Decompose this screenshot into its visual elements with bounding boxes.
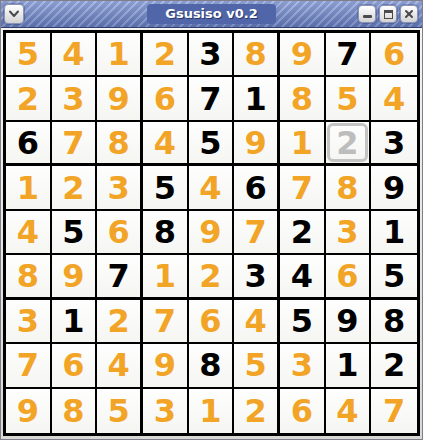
- cell-r7c3[interactable]: 2: [97, 300, 143, 344]
- cell-value: 8: [245, 38, 267, 70]
- cell-value: 7: [17, 349, 39, 381]
- minimize-icon: [363, 15, 372, 18]
- cell-r5c3[interactable]: 6: [97, 211, 143, 255]
- cell-value: 4: [336, 395, 358, 427]
- cell-value: 1: [199, 395, 221, 427]
- cell-r9c1[interactable]: 9: [6, 389, 52, 433]
- cell-value: 4: [245, 305, 267, 337]
- cell-value: 9: [108, 83, 130, 115]
- cell-r9c5[interactable]: 1: [189, 389, 235, 433]
- cell-r3c2[interactable]: 7: [52, 122, 98, 166]
- cell-value: 5: [245, 349, 267, 381]
- cell-r7c6[interactable]: 4: [234, 300, 280, 344]
- cell-value: 2: [245, 395, 267, 427]
- close-button[interactable]: [400, 5, 418, 23]
- cell-r7c8[interactable]: 9: [326, 300, 372, 344]
- cell-value: 2: [383, 349, 405, 381]
- cell-r7c5[interactable]: 6: [189, 300, 235, 344]
- cell-r8c1[interactable]: 7: [6, 344, 52, 388]
- cell-value: 4: [154, 127, 176, 159]
- cell-value: 8: [108, 127, 130, 159]
- cell-r1c4[interactable]: 2: [143, 33, 189, 77]
- cell-r5c8[interactable]: 3: [326, 211, 372, 255]
- selected-cell-highlight: 2: [327, 123, 369, 162]
- cell-r8c7[interactable]: 3: [280, 344, 326, 388]
- cell-r2c2[interactable]: 3: [52, 77, 98, 121]
- cell-r4c8[interactable]: 8: [326, 166, 372, 210]
- cell-value: 4: [291, 260, 313, 292]
- cell-value: 7: [199, 83, 221, 115]
- cell-r1c2[interactable]: 4: [52, 33, 98, 77]
- cell-value: 1: [245, 83, 267, 115]
- cell-value: 8: [336, 172, 358, 204]
- cell-value: 3: [62, 83, 84, 115]
- cell-r6c7[interactable]: 4: [280, 255, 326, 299]
- cell-r9c9[interactable]: 7: [371, 389, 417, 433]
- cell-value: 4: [108, 349, 130, 381]
- cell-r8c2[interactable]: 6: [52, 344, 98, 388]
- cell-value: 3: [17, 305, 39, 337]
- cell-value: 9: [336, 305, 358, 337]
- cell-value: 9: [245, 127, 267, 159]
- cell-value: 1: [108, 38, 130, 70]
- cell-value: 6: [62, 349, 84, 381]
- cell-r8c9[interactable]: 2: [371, 344, 417, 388]
- cell-value: 7: [383, 395, 405, 427]
- cell-r9c2[interactable]: 8: [52, 389, 98, 433]
- cell-r6c5[interactable]: 2: [189, 255, 235, 299]
- cell-r4c5[interactable]: 4: [189, 166, 235, 210]
- sudoku-board: 5412389762396718546784591231235467894568…: [3, 30, 420, 436]
- cell-r1c3[interactable]: 1: [97, 33, 143, 77]
- cell-r1c8[interactable]: 7: [326, 33, 372, 77]
- cell-r9c8[interactable]: 4: [326, 389, 372, 433]
- board-frame: 5412389762396718546784591231235467894568…: [1, 28, 422, 439]
- cell-r5c5[interactable]: 9: [189, 211, 235, 255]
- cell-r7c7[interactable]: 5: [280, 300, 326, 344]
- app-window: Gsusiso v0.2 541238976239671854678459123…: [0, 0, 423, 440]
- cell-r6c8[interactable]: 6: [326, 255, 372, 299]
- cell-value: 6: [336, 260, 358, 292]
- cell-value: 1: [62, 305, 84, 337]
- cell-value: 3: [291, 349, 313, 381]
- cell-value: 7: [336, 38, 358, 70]
- close-icon: [404, 9, 414, 19]
- chevron-down-icon: [8, 10, 20, 18]
- cell-value: 5: [62, 216, 84, 248]
- cell-value: 5: [291, 305, 313, 337]
- cell-value: 5: [17, 38, 39, 70]
- cell-value: 6: [154, 83, 176, 115]
- cell-value: 8: [17, 260, 39, 292]
- cell-value: 4: [383, 83, 405, 115]
- cell-value: 4: [17, 216, 39, 248]
- cell-value: 5: [336, 83, 358, 115]
- cell-r6c3[interactable]: 7: [97, 255, 143, 299]
- cell-value: 6: [245, 172, 267, 204]
- cell-r5c4[interactable]: 8: [143, 211, 189, 255]
- cell-value: 7: [62, 127, 84, 159]
- cell-value: 5: [383, 260, 405, 292]
- cell-value: 9: [383, 172, 405, 204]
- cell-r4c1[interactable]: 1: [6, 166, 52, 210]
- cell-r4c3[interactable]: 3: [97, 166, 143, 210]
- cell-value: 4: [62, 38, 84, 70]
- cell-r4c6[interactable]: 6: [234, 166, 280, 210]
- cell-r2c3[interactable]: 9: [97, 77, 143, 121]
- cell-value: 2: [62, 172, 84, 204]
- cell-value: 8: [383, 305, 405, 337]
- cell-value: 6: [383, 38, 405, 70]
- cell-r6c4[interactable]: 1: [143, 255, 189, 299]
- minimize-button[interactable]: [358, 5, 376, 23]
- cell-r4c4[interactable]: 5: [143, 166, 189, 210]
- cell-value: 7: [291, 172, 313, 204]
- cell-value: 3: [336, 216, 358, 248]
- cell-value: 4: [199, 172, 221, 204]
- cell-r4c9[interactable]: 9: [371, 166, 417, 210]
- maximize-button[interactable]: [379, 5, 397, 23]
- cell-r3c3[interactable]: 8: [97, 122, 143, 166]
- cell-r6c6[interactable]: 3: [234, 255, 280, 299]
- cell-value: 6: [291, 395, 313, 427]
- cell-value: 6: [108, 216, 130, 248]
- cell-r5c7[interactable]: 2: [280, 211, 326, 255]
- cell-value: 7: [154, 305, 176, 337]
- cell-value: 5: [154, 172, 176, 204]
- cell-r9c6[interactable]: 2: [234, 389, 280, 433]
- cell-value: 8: [62, 395, 84, 427]
- cell-value: 1: [336, 349, 358, 381]
- cell-value: 7: [108, 260, 130, 292]
- cell-r5c1[interactable]: 4: [6, 211, 52, 255]
- cell-value: 5: [199, 127, 221, 159]
- cell-r8c5[interactable]: 8: [189, 344, 235, 388]
- cell-value: 7: [245, 216, 267, 248]
- window-title: Gsusiso v0.2: [147, 4, 276, 24]
- cell-r8c3[interactable]: 4: [97, 344, 143, 388]
- cell-value: 6: [199, 305, 221, 337]
- cell-value: 8: [154, 216, 176, 248]
- cell-r1c5[interactable]: 3: [189, 33, 235, 77]
- cell-r9c3[interactable]: 5: [97, 389, 143, 433]
- cell-r7c2[interactable]: 1: [52, 300, 98, 344]
- cell-value: 1: [383, 216, 405, 248]
- cell-r7c9[interactable]: 8: [371, 300, 417, 344]
- cell-r2c5[interactable]: 7: [189, 77, 235, 121]
- cell-value: 3: [154, 395, 176, 427]
- title-bar[interactable]: Gsusiso v0.2: [1, 1, 422, 28]
- cell-r8c6[interactable]: 5: [234, 344, 280, 388]
- cell-value: 2: [17, 83, 39, 115]
- cell-value: 3: [199, 38, 221, 70]
- cell-r3c6[interactable]: 9: [234, 122, 280, 166]
- cell-value: 2: [108, 305, 130, 337]
- cell-r8c8[interactable]: 1: [326, 344, 372, 388]
- cell-r5c6[interactable]: 7: [234, 211, 280, 255]
- cell-r1c7[interactable]: 9: [280, 33, 326, 77]
- cell-r2c9[interactable]: 4: [371, 77, 417, 121]
- cell-r1c1[interactable]: 5: [6, 33, 52, 77]
- cell-r2c6[interactable]: 1: [234, 77, 280, 121]
- cell-r6c9[interactable]: 5: [371, 255, 417, 299]
- cell-r2c7[interactable]: 8: [280, 77, 326, 121]
- cell-r2c4[interactable]: 6: [143, 77, 189, 121]
- cell-r8c4[interactable]: 9: [143, 344, 189, 388]
- cell-r3c4[interactable]: 4: [143, 122, 189, 166]
- cell-r5c2[interactable]: 5: [52, 211, 98, 255]
- cell-value: 3: [383, 127, 405, 159]
- cell-r3c8[interactable]: 2: [326, 122, 372, 166]
- cell-r2c8[interactable]: 5: [326, 77, 372, 121]
- cell-r2c1[interactable]: 2: [6, 77, 52, 121]
- window-menu-button[interactable]: [4, 4, 24, 24]
- cell-value: 8: [199, 349, 221, 381]
- cell-value: 1: [291, 127, 313, 159]
- cell-r1c9[interactable]: 6: [371, 33, 417, 77]
- cell-value: 3: [108, 172, 130, 204]
- cell-value: 6: [17, 127, 39, 159]
- cell-r3c1[interactable]: 6: [6, 122, 52, 166]
- cell-value: 2: [291, 216, 313, 248]
- cell-value: 9: [17, 395, 39, 427]
- cell-value: 1: [154, 260, 176, 292]
- cell-value: 8: [291, 83, 313, 115]
- cell-r6c1[interactable]: 8: [6, 255, 52, 299]
- cell-r3c5[interactable]: 5: [189, 122, 235, 166]
- cell-value: 9: [199, 216, 221, 248]
- cell-r7c4[interactable]: 7: [143, 300, 189, 344]
- cell-r6c2[interactable]: 9: [52, 255, 98, 299]
- cell-r5c9[interactable]: 1: [371, 211, 417, 255]
- cell-value: 9: [62, 260, 84, 292]
- cell-value: 5: [108, 395, 130, 427]
- maximize-icon: [384, 10, 393, 19]
- cell-value: 2: [154, 38, 176, 70]
- cell-value: 1: [17, 172, 39, 204]
- cell-r1c6[interactable]: 8: [234, 33, 280, 77]
- window-controls: [358, 5, 418, 23]
- cell-r7c1[interactable]: 3: [6, 300, 52, 344]
- cell-r4c2[interactable]: 2: [52, 166, 98, 210]
- cell-value: 9: [154, 349, 176, 381]
- cell-value: 2: [199, 260, 221, 292]
- cell-value: 9: [291, 38, 313, 70]
- cell-r3c7[interactable]: 1: [280, 122, 326, 166]
- cell-r9c7[interactable]: 6: [280, 389, 326, 433]
- cell-value: 3: [245, 260, 267, 292]
- cell-r4c7[interactable]: 7: [280, 166, 326, 210]
- cell-r9c4[interactable]: 3: [143, 389, 189, 433]
- cell-r3c9[interactable]: 3: [371, 122, 417, 166]
